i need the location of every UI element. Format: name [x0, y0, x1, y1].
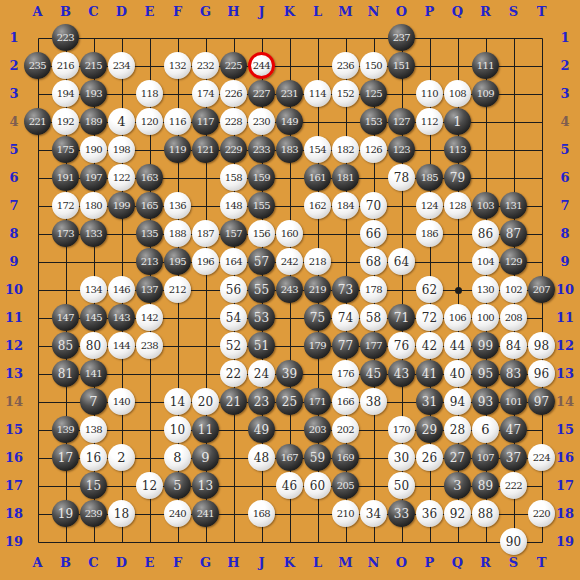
- board-cell-P3[interactable]: 110: [416, 80, 444, 108]
- board-cell-B15[interactable]: 139: [52, 416, 80, 444]
- board-cell-E13[interactable]: [136, 360, 164, 388]
- board-cell-L19[interactable]: [304, 528, 332, 556]
- board-cell-O18[interactable]: 33: [388, 500, 416, 528]
- board-cell-J5[interactable]: 233: [248, 136, 276, 164]
- board-cell-J3[interactable]: 227: [248, 80, 276, 108]
- board-cell-K7[interactable]: [276, 192, 304, 220]
- board-cell-M3[interactable]: 152: [332, 80, 360, 108]
- board-cell-L4[interactable]: [304, 108, 332, 136]
- board-cell-B9[interactable]: [52, 248, 80, 276]
- board-cell-K14[interactable]: 25: [276, 388, 304, 416]
- board-cell-A11[interactable]: [24, 304, 52, 332]
- board-cell-R1[interactable]: [472, 24, 500, 52]
- board-cell-P11[interactable]: 72: [416, 304, 444, 332]
- board-cell-A2[interactable]: 235: [24, 52, 52, 80]
- board-cell-D11[interactable]: 143: [108, 304, 136, 332]
- board-cell-C14[interactable]: 7: [80, 388, 108, 416]
- board-cell-H15[interactable]: [220, 416, 248, 444]
- board-cell-O15[interactable]: 170: [388, 416, 416, 444]
- board-cell-M11[interactable]: 74: [332, 304, 360, 332]
- board-cell-P18[interactable]: 36: [416, 500, 444, 528]
- board-cell-Q9[interactable]: [444, 248, 472, 276]
- board-cell-F18[interactable]: 240: [164, 500, 192, 528]
- board-cell-A3[interactable]: [24, 80, 52, 108]
- board-cell-O10[interactable]: [388, 276, 416, 304]
- board-cell-B12[interactable]: 85: [52, 332, 80, 360]
- board-cell-B19[interactable]: [52, 528, 80, 556]
- board-cell-L2[interactable]: [304, 52, 332, 80]
- board-cell-G3[interactable]: 174: [192, 80, 220, 108]
- board-cell-C13[interactable]: 141: [80, 360, 108, 388]
- board-cell-A16[interactable]: [24, 444, 52, 472]
- board-cell-P15[interactable]: 29: [416, 416, 444, 444]
- board-cell-K9[interactable]: 242: [276, 248, 304, 276]
- board-cell-C4[interactable]: 189: [80, 108, 108, 136]
- board-cell-K5[interactable]: 183: [276, 136, 304, 164]
- board-cell-B13[interactable]: 81: [52, 360, 80, 388]
- board-cell-B17[interactable]: [52, 472, 80, 500]
- board-cell-P9[interactable]: [416, 248, 444, 276]
- board-cell-T6[interactable]: [528, 164, 556, 192]
- board-cell-G5[interactable]: 121: [192, 136, 220, 164]
- board-cell-M15[interactable]: 202: [332, 416, 360, 444]
- board-cell-R2[interactable]: 111: [472, 52, 500, 80]
- board-cell-T1[interactable]: [528, 24, 556, 52]
- board-cell-O1[interactable]: 237: [388, 24, 416, 52]
- board-cell-M1[interactable]: [332, 24, 360, 52]
- board-cell-C6[interactable]: 197: [80, 164, 108, 192]
- board-cell-S6[interactable]: [500, 164, 528, 192]
- board-cell-C7[interactable]: 180: [80, 192, 108, 220]
- board-cell-A13[interactable]: [24, 360, 52, 388]
- board-cell-L5[interactable]: 154: [304, 136, 332, 164]
- board-cell-O17[interactable]: 50: [388, 472, 416, 500]
- board-cell-T2[interactable]: [528, 52, 556, 80]
- board-cell-B3[interactable]: 194: [52, 80, 80, 108]
- board-cell-P4[interactable]: 112: [416, 108, 444, 136]
- board-cell-J7[interactable]: 155: [248, 192, 276, 220]
- board-cell-O19[interactable]: [388, 528, 416, 556]
- board-cell-E14[interactable]: [136, 388, 164, 416]
- board-cell-P2[interactable]: [416, 52, 444, 80]
- board-cell-B14[interactable]: [52, 388, 80, 416]
- board-cell-T17[interactable]: [528, 472, 556, 500]
- board-cell-M13[interactable]: 176: [332, 360, 360, 388]
- board-cell-L18[interactable]: [304, 500, 332, 528]
- board-cell-P13[interactable]: 41: [416, 360, 444, 388]
- board-cell-P14[interactable]: 31: [416, 388, 444, 416]
- board-cell-C17[interactable]: 15: [80, 472, 108, 500]
- board-cell-F9[interactable]: 195: [164, 248, 192, 276]
- board-cell-D4[interactable]: 4: [108, 108, 136, 136]
- board-cell-J9[interactable]: 57: [248, 248, 276, 276]
- board-cell-N6[interactable]: [360, 164, 388, 192]
- board-cell-J14[interactable]: 23: [248, 388, 276, 416]
- board-cell-L12[interactable]: 179: [304, 332, 332, 360]
- board-cell-T16[interactable]: 224: [528, 444, 556, 472]
- board-cell-J4[interactable]: 230: [248, 108, 276, 136]
- board-cell-B18[interactable]: 19: [52, 500, 80, 528]
- board-cell-K1[interactable]: [276, 24, 304, 52]
- board-cell-D10[interactable]: 146: [108, 276, 136, 304]
- board-cell-M5[interactable]: 182: [332, 136, 360, 164]
- board-cell-M8[interactable]: [332, 220, 360, 248]
- board-cell-F14[interactable]: 14: [164, 388, 192, 416]
- board-cell-T15[interactable]: [528, 416, 556, 444]
- board-cell-F4[interactable]: 116: [164, 108, 192, 136]
- board-cell-F16[interactable]: 8: [164, 444, 192, 472]
- board-cell-K6[interactable]: [276, 164, 304, 192]
- board-cell-N17[interactable]: [360, 472, 388, 500]
- board-cell-R16[interactable]: 107: [472, 444, 500, 472]
- board-cell-S1[interactable]: [500, 24, 528, 52]
- board-cell-S5[interactable]: [500, 136, 528, 164]
- board-cell-B8[interactable]: 173: [52, 220, 80, 248]
- board-cell-N9[interactable]: 68: [360, 248, 388, 276]
- board-cell-S9[interactable]: 129: [500, 248, 528, 276]
- board-cell-E15[interactable]: [136, 416, 164, 444]
- board-cell-E1[interactable]: [136, 24, 164, 52]
- board-cell-D2[interactable]: 234: [108, 52, 136, 80]
- board-cell-O11[interactable]: 71: [388, 304, 416, 332]
- board-cell-C15[interactable]: 138: [80, 416, 108, 444]
- board-cell-O4[interactable]: 127: [388, 108, 416, 136]
- board-cell-P12[interactable]: 42: [416, 332, 444, 360]
- board-cell-A5[interactable]: [24, 136, 52, 164]
- board-cell-R3[interactable]: 109: [472, 80, 500, 108]
- board-cell-C3[interactable]: 193: [80, 80, 108, 108]
- board-cell-N1[interactable]: [360, 24, 388, 52]
- board-cell-A9[interactable]: [24, 248, 52, 276]
- board-cell-D12[interactable]: 144: [108, 332, 136, 360]
- board-cell-B16[interactable]: 17: [52, 444, 80, 472]
- board-cell-N12[interactable]: 177: [360, 332, 388, 360]
- board-cell-Q7[interactable]: 128: [444, 192, 472, 220]
- board-cell-L10[interactable]: 219: [304, 276, 332, 304]
- board-cell-N16[interactable]: [360, 444, 388, 472]
- board-cell-N8[interactable]: 66: [360, 220, 388, 248]
- board-cell-H4[interactable]: 228: [220, 108, 248, 136]
- board-cell-Q19[interactable]: [444, 528, 472, 556]
- board-cell-L17[interactable]: 60: [304, 472, 332, 500]
- board-cell-T4[interactable]: [528, 108, 556, 136]
- board-cell-C18[interactable]: 239: [80, 500, 108, 528]
- board-cell-E7[interactable]: 165: [136, 192, 164, 220]
- board-cell-G17[interactable]: 13: [192, 472, 220, 500]
- board-cell-F10[interactable]: 212: [164, 276, 192, 304]
- board-cell-N2[interactable]: 150: [360, 52, 388, 80]
- board-cell-P5[interactable]: [416, 136, 444, 164]
- board-cell-R11[interactable]: 100: [472, 304, 500, 332]
- board-cell-C10[interactable]: 134: [80, 276, 108, 304]
- board-cell-C19[interactable]: [80, 528, 108, 556]
- board-cell-A17[interactable]: [24, 472, 52, 500]
- board-cell-Q16[interactable]: 27: [444, 444, 472, 472]
- board-cell-N14[interactable]: 38: [360, 388, 388, 416]
- board-cell-O8[interactable]: [388, 220, 416, 248]
- board-cell-E8[interactable]: 135: [136, 220, 164, 248]
- board-cell-E10[interactable]: 137: [136, 276, 164, 304]
- board-cell-M16[interactable]: 169: [332, 444, 360, 472]
- board-cell-J11[interactable]: 53: [248, 304, 276, 332]
- board-cell-H19[interactable]: [220, 528, 248, 556]
- board-cell-G2[interactable]: 232: [192, 52, 220, 80]
- board-cell-S19[interactable]: 90: [500, 528, 528, 556]
- board-cell-F3[interactable]: [164, 80, 192, 108]
- board-cell-M2[interactable]: 236: [332, 52, 360, 80]
- board-cell-A7[interactable]: [24, 192, 52, 220]
- board-cell-F19[interactable]: [164, 528, 192, 556]
- board-cell-N11[interactable]: 58: [360, 304, 388, 332]
- board-cell-G9[interactable]: 196: [192, 248, 220, 276]
- board-cell-E9[interactable]: 213: [136, 248, 164, 276]
- board-cell-S12[interactable]: 84: [500, 332, 528, 360]
- board-cell-T18[interactable]: 220: [528, 500, 556, 528]
- board-cell-K12[interactable]: [276, 332, 304, 360]
- board-cell-S8[interactable]: 87: [500, 220, 528, 248]
- board-cell-F5[interactable]: 119: [164, 136, 192, 164]
- board-cell-R13[interactable]: 95: [472, 360, 500, 388]
- board-cell-T7[interactable]: [528, 192, 556, 220]
- board-cell-C16[interactable]: 16: [80, 444, 108, 472]
- board-cell-A14[interactable]: [24, 388, 52, 416]
- board-cell-R8[interactable]: 86: [472, 220, 500, 248]
- board-cell-F11[interactable]: [164, 304, 192, 332]
- board-cell-G4[interactable]: 117: [192, 108, 220, 136]
- board-cell-B6[interactable]: 191: [52, 164, 80, 192]
- board-cell-T8[interactable]: [528, 220, 556, 248]
- board-cell-D8[interactable]: [108, 220, 136, 248]
- board-cell-R5[interactable]: [472, 136, 500, 164]
- board-cell-F1[interactable]: [164, 24, 192, 52]
- board-cell-D5[interactable]: 198: [108, 136, 136, 164]
- board-cell-A18[interactable]: [24, 500, 52, 528]
- board-cell-K3[interactable]: 231: [276, 80, 304, 108]
- board-cell-T14[interactable]: 97: [528, 388, 556, 416]
- board-cell-P19[interactable]: [416, 528, 444, 556]
- board-cell-N15[interactable]: [360, 416, 388, 444]
- board-cell-G12[interactable]: [192, 332, 220, 360]
- board-cell-Q2[interactable]: [444, 52, 472, 80]
- board-cell-R15[interactable]: 6: [472, 416, 500, 444]
- board-cell-Q12[interactable]: 44: [444, 332, 472, 360]
- board-cell-A8[interactable]: [24, 220, 52, 248]
- board-cell-G11[interactable]: [192, 304, 220, 332]
- board-cell-M6[interactable]: 181: [332, 164, 360, 192]
- board-cell-D7[interactable]: 199: [108, 192, 136, 220]
- board-cell-S13[interactable]: 83: [500, 360, 528, 388]
- board-cell-T11[interactable]: [528, 304, 556, 332]
- board-cell-R10[interactable]: 130: [472, 276, 500, 304]
- board-cell-R17[interactable]: 89: [472, 472, 500, 500]
- board-cell-H9[interactable]: 164: [220, 248, 248, 276]
- board-cell-E11[interactable]: 142: [136, 304, 164, 332]
- board-cell-P1[interactable]: [416, 24, 444, 52]
- board-cell-Q4[interactable]: 1: [444, 108, 472, 136]
- board-cell-M18[interactable]: 210: [332, 500, 360, 528]
- board-cell-J12[interactable]: 51: [248, 332, 276, 360]
- board-cell-D15[interactable]: [108, 416, 136, 444]
- board-cell-H1[interactable]: [220, 24, 248, 52]
- board-cell-J17[interactable]: [248, 472, 276, 500]
- board-cell-H10[interactable]: 56: [220, 276, 248, 304]
- board-cell-T5[interactable]: [528, 136, 556, 164]
- board-cell-G16[interactable]: 9: [192, 444, 220, 472]
- board-cell-C2[interactable]: 215: [80, 52, 108, 80]
- board-cell-E3[interactable]: 118: [136, 80, 164, 108]
- board-cell-R14[interactable]: 93: [472, 388, 500, 416]
- board-cell-D9[interactable]: [108, 248, 136, 276]
- board-cell-A1[interactable]: [24, 24, 52, 52]
- board-cell-H6[interactable]: 158: [220, 164, 248, 192]
- board-cell-H5[interactable]: 229: [220, 136, 248, 164]
- board-cell-H13[interactable]: 22: [220, 360, 248, 388]
- board-cell-B11[interactable]: 147: [52, 304, 80, 332]
- board-cell-Q6[interactable]: 79: [444, 164, 472, 192]
- board-cell-P7[interactable]: 124: [416, 192, 444, 220]
- board-cell-S3[interactable]: [500, 80, 528, 108]
- board-cell-M19[interactable]: [332, 528, 360, 556]
- board-cell-G15[interactable]: 11: [192, 416, 220, 444]
- board-cell-G18[interactable]: 241: [192, 500, 220, 528]
- board-cell-A12[interactable]: [24, 332, 52, 360]
- board-cell-D14[interactable]: 140: [108, 388, 136, 416]
- board-cell-A4[interactable]: 221: [24, 108, 52, 136]
- board-cell-G19[interactable]: [192, 528, 220, 556]
- board-cell-O14[interactable]: [388, 388, 416, 416]
- board-cell-B5[interactable]: 175: [52, 136, 80, 164]
- board-cell-N18[interactable]: 34: [360, 500, 388, 528]
- board-cell-H14[interactable]: 21: [220, 388, 248, 416]
- board-cell-S2[interactable]: [500, 52, 528, 80]
- board-cell-L3[interactable]: 114: [304, 80, 332, 108]
- board-cell-C9[interactable]: [80, 248, 108, 276]
- board-cell-H2[interactable]: 225: [220, 52, 248, 80]
- board-cell-L15[interactable]: 203: [304, 416, 332, 444]
- board-cell-E18[interactable]: [136, 500, 164, 528]
- board-cell-H11[interactable]: 54: [220, 304, 248, 332]
- board-cell-M12[interactable]: 77: [332, 332, 360, 360]
- board-cell-A19[interactable]: [24, 528, 52, 556]
- board-cell-M9[interactable]: [332, 248, 360, 276]
- board-cell-D13[interactable]: [108, 360, 136, 388]
- board-cell-D1[interactable]: [108, 24, 136, 52]
- board-cell-O9[interactable]: 64: [388, 248, 416, 276]
- board-cell-Q3[interactable]: 108: [444, 80, 472, 108]
- board-cell-L1[interactable]: [304, 24, 332, 52]
- board-cell-K4[interactable]: 149: [276, 108, 304, 136]
- board-cell-Q1[interactable]: [444, 24, 472, 52]
- board-cell-K10[interactable]: 243: [276, 276, 304, 304]
- board-cell-S4[interactable]: [500, 108, 528, 136]
- board-cell-J13[interactable]: 24: [248, 360, 276, 388]
- board-cell-E2[interactable]: [136, 52, 164, 80]
- board-cell-K16[interactable]: 167: [276, 444, 304, 472]
- board-cell-N5[interactable]: 126: [360, 136, 388, 164]
- board-cell-L7[interactable]: 162: [304, 192, 332, 220]
- board-cell-P8[interactable]: 186: [416, 220, 444, 248]
- board-cell-M10[interactable]: 73: [332, 276, 360, 304]
- board-cell-Q15[interactable]: 28: [444, 416, 472, 444]
- board-cell-G14[interactable]: 20: [192, 388, 220, 416]
- board-cell-D6[interactable]: 122: [108, 164, 136, 192]
- board-cell-H18[interactable]: [220, 500, 248, 528]
- board-cell-H12[interactable]: 52: [220, 332, 248, 360]
- board-cell-J10[interactable]: 55: [248, 276, 276, 304]
- board-cell-T12[interactable]: 98: [528, 332, 556, 360]
- board-cell-S14[interactable]: 101: [500, 388, 528, 416]
- board-cell-C12[interactable]: 80: [80, 332, 108, 360]
- board-cell-T19[interactable]: [528, 528, 556, 556]
- board-cell-F8[interactable]: 188: [164, 220, 192, 248]
- board-cell-L14[interactable]: 171: [304, 388, 332, 416]
- board-cell-J15[interactable]: 49: [248, 416, 276, 444]
- board-cell-O16[interactable]: 30: [388, 444, 416, 472]
- board-cell-B2[interactable]: 216: [52, 52, 80, 80]
- board-cell-T3[interactable]: [528, 80, 556, 108]
- board-cell-K13[interactable]: 39: [276, 360, 304, 388]
- board-cell-J8[interactable]: 156: [248, 220, 276, 248]
- board-cell-E6[interactable]: 163: [136, 164, 164, 192]
- board-cell-J6[interactable]: 159: [248, 164, 276, 192]
- board-cell-C5[interactable]: 190: [80, 136, 108, 164]
- board-cell-O7[interactable]: [388, 192, 416, 220]
- board-cell-R4[interactable]: [472, 108, 500, 136]
- board-cell-B7[interactable]: 172: [52, 192, 80, 220]
- board-cell-K2[interactable]: [276, 52, 304, 80]
- board-cell-F15[interactable]: 10: [164, 416, 192, 444]
- board-cell-N10[interactable]: 178: [360, 276, 388, 304]
- board-cell-B1[interactable]: 223: [52, 24, 80, 52]
- board-cell-B4[interactable]: 192: [52, 108, 80, 136]
- board-cell-J19[interactable]: [248, 528, 276, 556]
- board-cell-E4[interactable]: 120: [136, 108, 164, 136]
- board-cell-F12[interactable]: [164, 332, 192, 360]
- board-cell-C1[interactable]: [80, 24, 108, 52]
- board-cell-Q5[interactable]: 113: [444, 136, 472, 164]
- board-cell-O12[interactable]: 76: [388, 332, 416, 360]
- board-cell-N7[interactable]: 70: [360, 192, 388, 220]
- board-cell-G7[interactable]: [192, 192, 220, 220]
- board-cell-P10[interactable]: 62: [416, 276, 444, 304]
- board-cell-S7[interactable]: 131: [500, 192, 528, 220]
- board-cell-G10[interactable]: [192, 276, 220, 304]
- board-cell-G1[interactable]: [192, 24, 220, 52]
- board-cell-O3[interactable]: [388, 80, 416, 108]
- board-cell-H3[interactable]: 226: [220, 80, 248, 108]
- board-cell-L13[interactable]: [304, 360, 332, 388]
- board-cell-S10[interactable]: 102: [500, 276, 528, 304]
- board-cell-T13[interactable]: 96: [528, 360, 556, 388]
- board-cell-Q14[interactable]: 94: [444, 388, 472, 416]
- board-cell-T10[interactable]: 207: [528, 276, 556, 304]
- board-cell-B10[interactable]: [52, 276, 80, 304]
- board-cell-N4[interactable]: 153: [360, 108, 388, 136]
- board-cell-S17[interactable]: 222: [500, 472, 528, 500]
- board-cell-Q10[interactable]: [444, 276, 472, 304]
- board-cell-A10[interactable]: [24, 276, 52, 304]
- board-cell-D16[interactable]: 2: [108, 444, 136, 472]
- board-cell-T9[interactable]: [528, 248, 556, 276]
- board-cell-P16[interactable]: 26: [416, 444, 444, 472]
- board-cell-Q18[interactable]: 92: [444, 500, 472, 528]
- board-cell-N13[interactable]: 45: [360, 360, 388, 388]
- board-cell-C11[interactable]: 145: [80, 304, 108, 332]
- board-cell-K15[interactable]: [276, 416, 304, 444]
- board-cell-S18[interactable]: [500, 500, 528, 528]
- board-cell-Q13[interactable]: 40: [444, 360, 472, 388]
- board-cell-O5[interactable]: 123: [388, 136, 416, 164]
